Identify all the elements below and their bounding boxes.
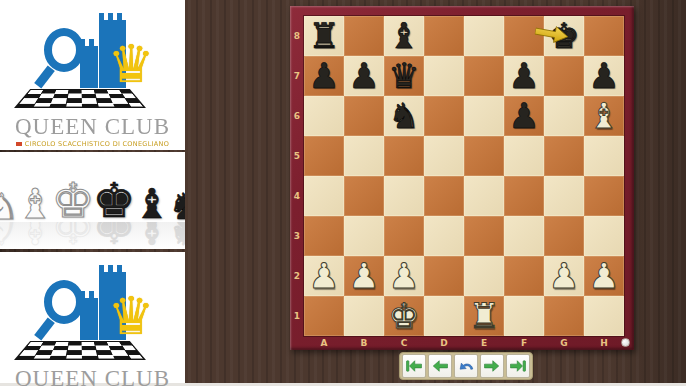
square-g7[interactable] bbox=[544, 56, 584, 96]
square-a1[interactable] bbox=[304, 296, 344, 336]
piece-white-pawn[interactable]: ♟ bbox=[388, 256, 419, 296]
logo-title: QUEEN CLUB bbox=[0, 366, 185, 386]
square-c2[interactable]: ♟ bbox=[384, 256, 424, 296]
black-king-photo-piece: ♚ bbox=[93, 178, 134, 224]
file-label-h: H bbox=[584, 336, 624, 350]
piece-black-rook[interactable]: ♜ bbox=[308, 16, 339, 56]
nav-last-button[interactable] bbox=[506, 354, 530, 378]
square-a5[interactable] bbox=[304, 136, 344, 176]
square-f2[interactable] bbox=[504, 256, 544, 296]
square-d3[interactable] bbox=[424, 216, 464, 256]
chess-pieces-row: ♜♞♝♚♚♝♞♜ bbox=[0, 160, 185, 224]
piece-black-bishop[interactable]: ♝ bbox=[388, 16, 419, 56]
square-g8[interactable]: ♚ bbox=[544, 16, 584, 56]
square-b2[interactable]: ♟ bbox=[344, 256, 384, 296]
white-bishop-photo-piece: ♝ bbox=[17, 185, 52, 224]
piece-black-pawn[interactable]: ♟ bbox=[508, 56, 539, 96]
square-e7[interactable] bbox=[464, 56, 504, 96]
square-h6[interactable]: ♝ bbox=[584, 96, 624, 136]
move-navigation-bar bbox=[399, 352, 533, 380]
square-e2[interactable] bbox=[464, 256, 504, 296]
piece-white-pawn[interactable]: ♟ bbox=[588, 256, 619, 296]
square-b4[interactable] bbox=[344, 176, 384, 216]
rank-labels: 87654321 bbox=[290, 16, 304, 336]
square-f1[interactable] bbox=[504, 296, 544, 336]
chess-board[interactable]: ♜♝♚♟♟♛♟♟♞♟♝♟♟♟♟♟♚♜ bbox=[304, 16, 624, 336]
square-a4[interactable] bbox=[304, 176, 344, 216]
piece-white-king[interactable]: ♚ bbox=[388, 296, 419, 336]
file-label-b: B bbox=[344, 336, 384, 350]
piece-black-queen[interactable]: ♛ bbox=[388, 56, 419, 96]
castle-tower-short-icon bbox=[80, 46, 98, 88]
square-b1[interactable] bbox=[344, 296, 384, 336]
black-bishop-photo-piece: ♝ bbox=[134, 222, 169, 248]
square-d8[interactable] bbox=[424, 16, 464, 56]
rank-label-1: 1 bbox=[290, 296, 304, 336]
chess-board-frame: 87654321 ABCDEFGH ♜♝♚♟♟♛♟♟♞♟♝♟♟♟♟♟♚♜ bbox=[290, 6, 634, 350]
square-e6[interactable] bbox=[464, 96, 504, 136]
nav-undo-button[interactable] bbox=[454, 354, 478, 378]
rank-label-4: 4 bbox=[290, 176, 304, 216]
square-f4[interactable] bbox=[504, 176, 544, 216]
white-bishop-photo-piece: ♝ bbox=[17, 222, 52, 248]
piece-black-pawn[interactable]: ♟ bbox=[508, 96, 539, 136]
square-a3[interactable] bbox=[304, 216, 344, 256]
rank-label-3: 3 bbox=[290, 216, 304, 256]
white-king-photo-piece: ♚ bbox=[51, 222, 92, 248]
square-c3[interactable] bbox=[384, 216, 424, 256]
square-d5[interactable] bbox=[424, 136, 464, 176]
square-c4[interactable] bbox=[384, 176, 424, 216]
app-stage: ♛ QUEEN CLUB CIRCOLO SCACCHISTICO DI CON… bbox=[0, 0, 686, 386]
square-c8[interactable]: ♝ bbox=[384, 16, 424, 56]
square-b6[interactable] bbox=[344, 96, 384, 136]
square-c1[interactable]: ♚ bbox=[384, 296, 424, 336]
square-e3[interactable] bbox=[464, 216, 504, 256]
square-c7[interactable]: ♛ bbox=[384, 56, 424, 96]
square-d4[interactable] bbox=[424, 176, 464, 216]
square-h3[interactable] bbox=[584, 216, 624, 256]
piece-white-bishop[interactable]: ♝ bbox=[588, 96, 619, 136]
square-h5[interactable] bbox=[584, 136, 624, 176]
piece-black-knight[interactable]: ♞ bbox=[388, 96, 419, 136]
rank-label-5: 5 bbox=[290, 136, 304, 176]
square-h8[interactable] bbox=[584, 16, 624, 56]
square-b3[interactable] bbox=[344, 216, 384, 256]
square-f5[interactable] bbox=[504, 136, 544, 176]
black-knight-photo-piece: ♞ bbox=[168, 222, 185, 248]
square-g4[interactable] bbox=[544, 176, 584, 216]
rank-label-6: 6 bbox=[290, 96, 304, 136]
undo-arrow-icon bbox=[456, 357, 476, 375]
logo-q-tail bbox=[34, 318, 55, 341]
square-d1[interactable] bbox=[424, 296, 464, 336]
square-d2[interactable] bbox=[424, 256, 464, 296]
square-h2[interactable]: ♟ bbox=[584, 256, 624, 296]
square-f3[interactable] bbox=[504, 216, 544, 256]
square-c5[interactable] bbox=[384, 136, 424, 176]
square-g2[interactable]: ♟ bbox=[544, 256, 584, 296]
file-label-a: A bbox=[304, 336, 344, 350]
square-g1[interactable] bbox=[544, 296, 584, 336]
square-a7[interactable]: ♟ bbox=[304, 56, 344, 96]
white-knight-photo-piece: ♞ bbox=[0, 190, 17, 224]
square-h7[interactable]: ♟ bbox=[584, 56, 624, 96]
file-labels: ABCDEFGH bbox=[304, 336, 624, 350]
file-label-g: G bbox=[544, 336, 584, 350]
logo-title: QUEEN CLUB bbox=[0, 114, 185, 140]
logo-q-ring bbox=[44, 28, 84, 72]
skip-to-first-icon bbox=[404, 357, 424, 375]
square-c6[interactable]: ♞ bbox=[384, 96, 424, 136]
castle-tower-short-icon bbox=[80, 298, 98, 340]
piece-black-pawn[interactable]: ♟ bbox=[348, 56, 379, 96]
piece-black-king[interactable]: ♚ bbox=[548, 16, 579, 56]
black-bishop-photo-piece: ♝ bbox=[134, 185, 169, 224]
queen-club-logo-panel-bottom: ♛ QUEEN CLUB CIRCOLO SCACCHISTICO DI CON… bbox=[0, 252, 185, 386]
queen-club-logo: ♛ QUEEN CLUB CIRCOLO SCACCHISTICO DI CON… bbox=[0, 252, 185, 386]
square-g5[interactable] bbox=[544, 136, 584, 176]
queen-club-logo-panel-top: ♛ QUEEN CLUB CIRCOLO SCACCHISTICO DI CON… bbox=[0, 0, 185, 150]
logo-q-ring bbox=[44, 280, 84, 324]
nav-first-button[interactable] bbox=[402, 354, 426, 378]
logo-subtitle: CIRCOLO SCACCHISTICO DI CONEGLIANO bbox=[0, 141, 185, 148]
square-h4[interactable] bbox=[584, 176, 624, 216]
square-b5[interactable] bbox=[344, 136, 384, 176]
square-b7[interactable]: ♟ bbox=[344, 56, 384, 96]
square-d7[interactable] bbox=[424, 56, 464, 96]
chess-pieces-photo-panel: ♜♞♝♚♚♝♞♜ ♜♞♝♚♚♝♞♜ bbox=[0, 152, 185, 249]
nav-previous-button[interactable] bbox=[428, 354, 452, 378]
rank-label-2: 2 bbox=[290, 256, 304, 296]
square-a2[interactable]: ♟ bbox=[304, 256, 344, 296]
arrow-left-icon bbox=[430, 357, 450, 375]
piece-white-pawn[interactable]: ♟ bbox=[348, 256, 379, 296]
board-corner-dot bbox=[621, 338, 630, 347]
yellow-queen-icon: ♛ bbox=[105, 286, 157, 346]
rank-label-7: 7 bbox=[290, 56, 304, 96]
square-f6[interactable]: ♟ bbox=[504, 96, 544, 136]
black-knight-photo-piece: ♞ bbox=[168, 190, 185, 224]
nav-next-button[interactable] bbox=[480, 354, 504, 378]
square-f8[interactable] bbox=[504, 16, 544, 56]
square-a6[interactable] bbox=[304, 96, 344, 136]
square-f7[interactable]: ♟ bbox=[504, 56, 544, 96]
piece-white-rook[interactable]: ♜ bbox=[468, 296, 499, 336]
rank-label-8: 8 bbox=[290, 16, 304, 56]
piece-white-pawn[interactable]: ♟ bbox=[308, 256, 339, 296]
square-e4[interactable] bbox=[464, 176, 504, 216]
square-e1[interactable]: ♜ bbox=[464, 296, 504, 336]
piece-black-pawn[interactable]: ♟ bbox=[308, 56, 339, 96]
square-e8[interactable] bbox=[464, 16, 504, 56]
logo-q-tail bbox=[34, 66, 55, 89]
black-king-photo-piece: ♚ bbox=[93, 222, 134, 248]
file-label-f: F bbox=[504, 336, 544, 350]
square-e5[interactable] bbox=[464, 136, 504, 176]
square-h1[interactable] bbox=[584, 296, 624, 336]
white-knight-photo-piece: ♞ bbox=[0, 222, 17, 248]
yellow-queen-icon: ♛ bbox=[105, 34, 157, 94]
square-d6[interactable] bbox=[424, 96, 464, 136]
piece-white-pawn[interactable]: ♟ bbox=[548, 256, 579, 296]
queen-club-logo: ♛ QUEEN CLUB CIRCOLO SCACCHISTICO DI CON… bbox=[0, 0, 185, 150]
square-b8[interactable] bbox=[344, 16, 384, 56]
piece-black-pawn[interactable]: ♟ bbox=[588, 56, 619, 96]
chess-pieces-reflection: ♜♞♝♚♚♝♞♜ bbox=[0, 222, 185, 248]
file-label-d: D bbox=[424, 336, 464, 350]
skip-to-last-icon bbox=[508, 357, 528, 375]
file-label-e: E bbox=[464, 336, 504, 350]
file-label-c: C bbox=[384, 336, 424, 350]
arrow-right-icon bbox=[482, 357, 502, 375]
white-king-photo-piece: ♚ bbox=[51, 178, 92, 224]
square-g6[interactable] bbox=[544, 96, 584, 136]
square-a8[interactable]: ♜ bbox=[304, 16, 344, 56]
square-g3[interactable] bbox=[544, 216, 584, 256]
